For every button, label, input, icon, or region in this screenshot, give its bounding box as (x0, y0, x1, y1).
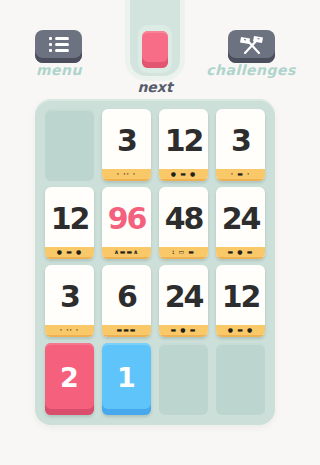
cell-r4c1[interactable]: 2 (45, 343, 94, 415)
card-value: 12 (216, 265, 265, 325)
cell-r1c2[interactable]: 3· ·· · (102, 109, 151, 181)
card-face: · ·· · (102, 169, 151, 181)
card-value: 2 (60, 362, 79, 397)
cell-r1c4[interactable]: 3· ▬ · (216, 109, 265, 181)
card-value: 24 (216, 187, 265, 247)
cell-r4c2[interactable]: 1 (102, 343, 151, 415)
card-value: 24 (159, 265, 208, 325)
card-value: 3 (45, 265, 94, 325)
cell-r2c2[interactable]: 96∧▬▬∧ (102, 187, 151, 259)
cell-r1c3[interactable]: 12● ▬ ● (159, 109, 208, 181)
cell-r3c2[interactable]: 6▬▬▬ (102, 265, 151, 337)
cell-r3c1[interactable]: 3· ·· · (45, 265, 94, 337)
cell-r4c3 (159, 343, 208, 415)
game-board[interactable]: 3· ·· ·12● ▬ ●3· ▬ ·12● ▬ ●96∧▬▬∧48: ▭ ▬… (35, 99, 275, 425)
menu-button[interactable] (35, 30, 82, 63)
board-grid[interactable]: 3· ·· ·12● ▬ ●3· ▬ ·12● ▬ ●96∧▬▬∧48: ▭ ▬… (35, 99, 275, 425)
card-value: 1 (117, 362, 136, 397)
card-value: 3 (102, 109, 151, 169)
cell-r4c4 (216, 343, 265, 415)
menu-list-icon (49, 37, 69, 52)
cell-r2c3[interactable]: 48: ▭ ▬ (159, 187, 208, 259)
cell-r2c1[interactable]: 12● ▬ ● (45, 187, 94, 259)
cell-r3c3[interactable]: 24▬ ● ▬ (159, 265, 208, 337)
cell-r2c4[interactable]: 24▬ ● ▬ (216, 187, 265, 259)
card-face: · ▬ · (216, 169, 265, 181)
card-face: : ▭ ▬ (159, 247, 208, 259)
cell-r1c1 (45, 109, 94, 181)
card-value: 48 (159, 187, 208, 247)
next-label: next (130, 79, 180, 95)
card-face: ● ▬ ● (216, 325, 265, 337)
cell-r3c4[interactable]: 12● ▬ ● (216, 265, 265, 337)
card-face: ▬▬▬ (102, 325, 151, 337)
card-face: · ·· · (45, 325, 94, 337)
crossed-flags-icon (239, 35, 265, 55)
card-face: ∧▬▬∧ (102, 247, 151, 259)
card-value: 96 (102, 187, 151, 247)
menu-label: menu (23, 62, 95, 78)
card-face: ● ▬ ● (45, 247, 94, 259)
challenges-button[interactable] (228, 30, 275, 63)
card-face: ▬ ● ▬ (216, 247, 265, 259)
card-value: 3 (216, 109, 265, 169)
challenges-label: challenges (203, 62, 299, 78)
card-face: ▬ ● ▬ (159, 325, 208, 337)
next-card (142, 31, 168, 68)
card-face: ● ▬ ● (159, 169, 208, 181)
card-value: 12 (159, 109, 208, 169)
card-value: 6 (102, 265, 151, 325)
card-value: 12 (45, 187, 94, 247)
